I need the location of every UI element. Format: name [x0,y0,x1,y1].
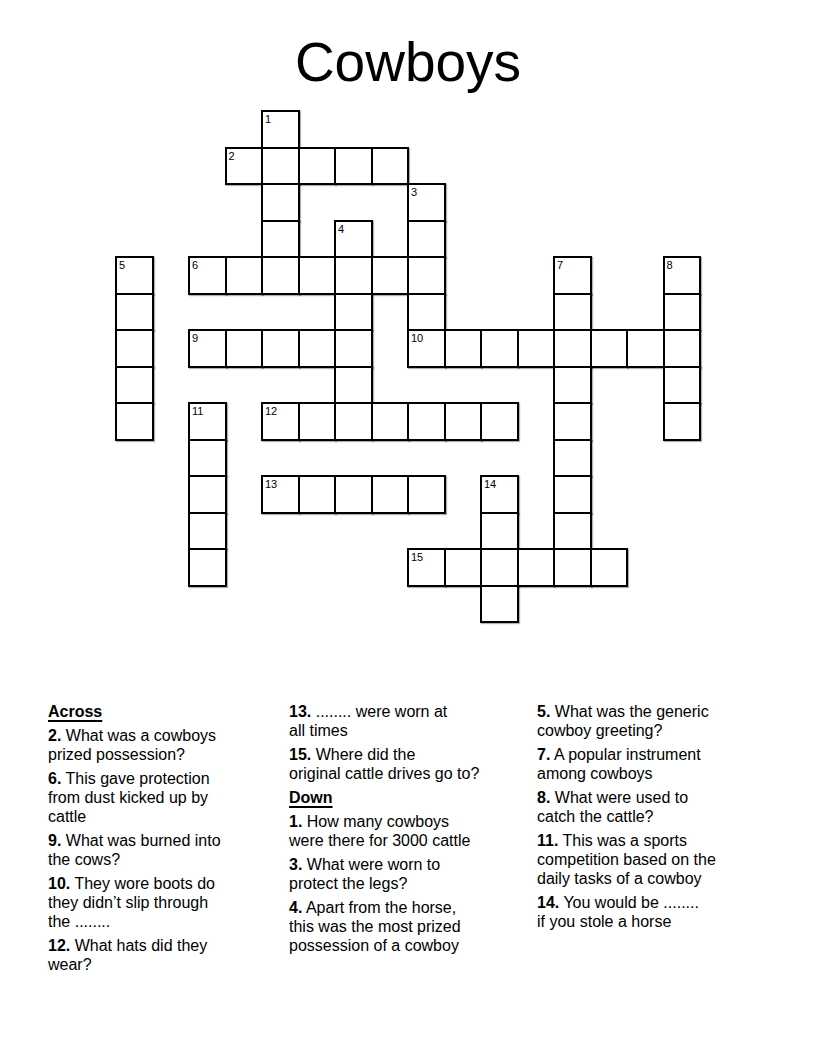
clue-line: 5. What was the generic [537,702,785,721]
grid-cell[interactable] [298,402,337,441]
clue-line: protect the legs? [289,874,537,893]
grid-cell[interactable]: 12 [261,402,300,441]
grid-cell[interactable] [480,402,519,441]
grid-cell[interactable]: 15 [407,548,446,587]
grid-cell[interactable]: 13 [261,475,300,514]
grid-cell[interactable] [553,439,592,478]
clue-line: 11. This was a sports [537,831,785,850]
clue-down-7: 7. A popular instrumentamong cowboys [537,745,785,783]
grid-cell[interactable] [298,256,337,295]
clue-line: this was the most prized [289,917,537,936]
clue-line: 14. You would be ........ [537,893,785,912]
clue-line: 12. What hats did they [48,936,296,955]
clue-line: cowboy greeting? [537,721,785,740]
clue-across-12: 12. What hats did theywear? [48,936,296,974]
grid-cell[interactable] [590,548,629,587]
grid-cell[interactable]: 4 [334,220,373,259]
grid-cell[interactable] [261,220,300,259]
grid-cell[interactable] [407,402,446,441]
clue-line: 1. How many cowboys [289,812,537,831]
grid-cell[interactable] [444,548,483,587]
clue-down-11: 11. This was a sportscompetition based o… [537,831,785,888]
grid-cell[interactable] [298,147,337,186]
clue-line: 10. They wore boots do [48,874,296,893]
clue-line: original cattle drives go to? [289,764,537,783]
grid-cell[interactable] [553,366,592,405]
clue-down-1: 1. How many cowboyswere there for 3000 c… [289,812,537,850]
down-heading: Down [289,788,537,807]
clue-column-2: 13. ........ were worn atall times15. Wh… [289,702,537,960]
clue-down-8: 8. What were used tocatch the cattle? [537,788,785,826]
grid-cell[interactable] [371,402,410,441]
grid-cell[interactable] [334,366,373,405]
clue-line: competition based on the [537,850,785,869]
grid-cell[interactable] [663,329,702,368]
clue-number-label: 4. [289,899,302,916]
clue-line: 3. What were worn to [289,855,537,874]
grid-cell[interactable] [298,329,337,368]
grid-cell[interactable]: 14 [480,475,519,514]
grid-cell[interactable] [553,548,592,587]
grid-cell[interactable] [115,366,154,405]
grid-cell[interactable] [553,512,592,551]
grid-cell[interactable] [188,439,227,478]
grid-cell[interactable]: 7 [553,256,592,295]
cell-number: 9 [192,332,198,344]
grid-cell[interactable]: 1 [261,110,300,149]
grid-cell[interactable] [517,548,556,587]
grid-cell[interactable]: 9 [188,329,227,368]
grid-cell[interactable] [480,548,519,587]
cell-number: 1 [265,113,271,125]
clue-number-label: 2. [48,727,61,744]
clue-line: the cows? [48,850,296,869]
clue-down-5: 5. What was the genericcowboy greeting? [537,702,785,740]
cell-number: 15 [411,551,423,563]
clue-line: 7. A popular instrument [537,745,785,764]
grid-cell[interactable] [261,256,300,295]
clue-down-3: 3. What were worn toprotect the legs? [289,855,537,893]
clue-column-3: 5. What was the genericcowboy greeting?7… [537,702,785,936]
grid-cell[interactable]: 10 [407,329,446,368]
cell-number: 13 [265,478,277,490]
clue-across-6: 6. This gave protectionfrom dust kicked … [48,769,296,826]
clue-line: possession of a cowboy [289,936,537,955]
clue-number-label: 5. [537,703,550,720]
grid-cell[interactable] [553,402,592,441]
grid-cell[interactable] [334,256,373,295]
grid-cell[interactable] [663,293,702,332]
clue-down-14: 14. You would be ........if you stole a … [537,893,785,931]
grid-cell[interactable] [517,329,556,368]
grid-cell[interactable]: 3 [407,183,446,222]
cell-number: 2 [229,150,235,162]
grid-cell[interactable] [407,220,446,259]
clue-number-label: 1. [289,813,302,830]
crossword-grid: 123456789101112131415 [115,110,702,624]
grid-cell[interactable]: 2 [225,147,264,186]
grid-cell[interactable] [444,329,483,368]
grid-cell[interactable] [371,475,410,514]
clue-line: 4. Apart from the horse, [289,898,537,917]
grid-cell[interactable]: 8 [663,256,702,295]
grid-cell[interactable] [553,475,592,514]
clue-number-label: 13. [289,703,311,720]
clue-column-1: Across2. What was a cowboysprized posses… [48,702,296,979]
clue-number-label: 12. [48,937,70,954]
cell-number: 14 [484,478,496,490]
clue-line: wear? [48,955,296,974]
clue-line: if you stole a horse [537,912,785,931]
grid-cell[interactable] [334,293,373,332]
grid-cell[interactable] [626,329,665,368]
grid-cell[interactable] [188,548,227,587]
clue-line: 6. This gave protection [48,769,296,788]
grid-cell[interactable] [371,256,410,295]
puzzle-title: Cowboys [0,30,816,94]
clue-across-13: 13. ........ were worn atall times [289,702,537,740]
clue-line: catch the cattle? [537,807,785,826]
clue-number-label: 8. [537,789,550,806]
grid-cell[interactable] [480,329,519,368]
clue-number-label: 14. [537,894,559,911]
clue-line: all times [289,721,537,740]
grid-cell[interactable] [261,147,300,186]
grid-cell[interactable] [663,366,702,405]
clue-number-label: 6. [48,770,61,787]
clue-across-9: 9. What was burned intothe cows? [48,831,296,869]
grid-cell[interactable] [407,256,446,295]
clue-line: the ........ [48,912,296,931]
grid-cell[interactable] [225,329,264,368]
cell-number: 7 [557,259,563,271]
clue-line: prized possession? [48,745,296,764]
clue-line: cattle [48,807,296,826]
cell-number: 12 [265,405,277,417]
grid-cell[interactable]: 5 [115,256,154,295]
clue-line: 2. What was a cowboys [48,726,296,745]
grid-cell[interactable] [261,183,300,222]
grid-cell[interactable] [334,329,373,368]
grid-cell[interactable] [553,329,592,368]
clue-line: 9. What was burned into [48,831,296,850]
grid-cell[interactable] [334,475,373,514]
grid-cell[interactable] [298,475,337,514]
grid-cell[interactable] [407,475,446,514]
cell-number: 10 [411,332,423,344]
grid-cell[interactable] [663,402,702,441]
clue-line: 13. ........ were worn at [289,702,537,721]
clue-number-label: 9. [48,832,61,849]
clue-number-label: 3. [289,856,302,873]
clue-down-4: 4. Apart from the horse,this was the mos… [289,898,537,955]
clue-across-2: 2. What was a cowboysprized possession? [48,726,296,764]
grid-cell[interactable] [334,402,373,441]
clue-line: were there for 3000 cattle [289,831,537,850]
cell-number: 6 [192,259,198,271]
grid-cell[interactable] [188,475,227,514]
clue-line: 8. What were used to [537,788,785,807]
clue-line: from dust kicked up by [48,788,296,807]
clue-number-label: 11. [537,832,558,849]
clue-line: 15. Where did the [289,745,537,764]
grid-cell[interactable] [480,512,519,551]
grid-cell[interactable] [407,293,446,332]
cell-number: 4 [338,223,344,235]
grid-cell[interactable] [480,585,519,624]
grid-cell[interactable] [590,329,629,368]
cell-number: 5 [119,259,125,271]
cell-number: 3 [411,186,417,198]
grid-cell[interactable] [115,329,154,368]
clue-line: among cowboys [537,764,785,783]
grid-cell[interactable]: 11 [188,402,227,441]
grid-cell[interactable] [115,293,154,332]
grid-cell[interactable] [553,293,592,332]
clue-across-10: 10. They wore boots dothey didn’t slip t… [48,874,296,931]
grid-cell[interactable] [371,147,410,186]
cell-number: 8 [667,259,673,271]
grid-cell[interactable] [188,512,227,551]
grid-cell[interactable] [444,402,483,441]
across-heading: Across [48,702,296,721]
grid-cell[interactable] [115,402,154,441]
cell-number: 11 [192,405,203,417]
clue-number-label: 15. [289,746,311,763]
grid-cell[interactable] [225,256,264,295]
grid-cell[interactable] [334,147,373,186]
grid-cell[interactable]: 6 [188,256,227,295]
clue-line: daily tasks of a cowboy [537,869,785,888]
grid-cell[interactable] [261,329,300,368]
clue-across-15: 15. Where did theoriginal cattle drives … [289,745,537,783]
clue-line: they didn’t slip through [48,893,296,912]
clue-number-label: 7. [537,746,550,763]
clue-number-label: 10. [48,875,70,892]
